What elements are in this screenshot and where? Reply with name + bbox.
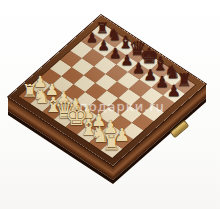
chess-set-photo: ♜♞♝♛♚♝♞♜♟♟♟♟♟♟♟♟♟♟♟♟♟♟♟♟♜♞♝♛♚♝♞♜ подарки…: [0, 0, 220, 209]
chess-board: [8, 15, 206, 166]
